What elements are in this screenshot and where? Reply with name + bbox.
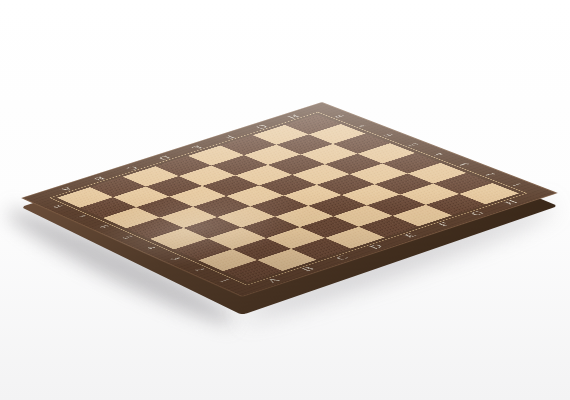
- file-label-g-near: G: [469, 210, 487, 216]
- rank-label-6-right: 6: [381, 133, 395, 138]
- product-photo-scene: AA88BB77CC66DD55EE44FF33GG22HH11: [0, 0, 570, 400]
- rank-label-3-right: 3: [457, 162, 471, 167]
- file-label-h-far: H: [285, 114, 301, 120]
- rank-label-4-left: 4: [144, 245, 158, 250]
- file-label-d-near: D: [367, 243, 385, 250]
- file-label-a-far: A: [58, 186, 74, 192]
- rank-label-7-right: 7: [357, 123, 371, 128]
- rank-label-2-right: 2: [483, 172, 497, 177]
- file-label-e-near: E: [402, 232, 418, 238]
- file-label-h-near: H: [502, 199, 520, 205]
- file-label-f-far: F: [222, 135, 236, 140]
- rank-label-1-right: 1: [509, 182, 524, 187]
- rank-label-7-left: 7: [73, 214, 87, 219]
- file-label-e-far: E: [189, 145, 204, 151]
- file-label-d-far: D: [156, 155, 172, 161]
- rank-label-2-left: 2: [192, 267, 207, 272]
- file-label-c-far: C: [124, 165, 140, 171]
- rank-label-8-left: 8: [51, 204, 65, 209]
- file-label-b-near: B: [299, 266, 316, 272]
- file-label-a-near: A: [265, 277, 283, 284]
- rank-label-3-left: 3: [168, 256, 182, 261]
- file-label-b-far: B: [91, 176, 107, 182]
- rank-label-1-left: 1: [217, 278, 232, 283]
- rank-label-5-right: 5: [406, 142, 420, 147]
- file-label-c-near: C: [334, 255, 351, 261]
- file-label-g-far: G: [253, 124, 269, 130]
- rank-label-5-left: 5: [120, 235, 134, 240]
- rank-label-8-right: 8: [332, 114, 346, 119]
- rank-label-6-left: 6: [97, 224, 111, 229]
- rank-label-4-right: 4: [431, 152, 445, 157]
- file-label-f-near: F: [436, 221, 452, 227]
